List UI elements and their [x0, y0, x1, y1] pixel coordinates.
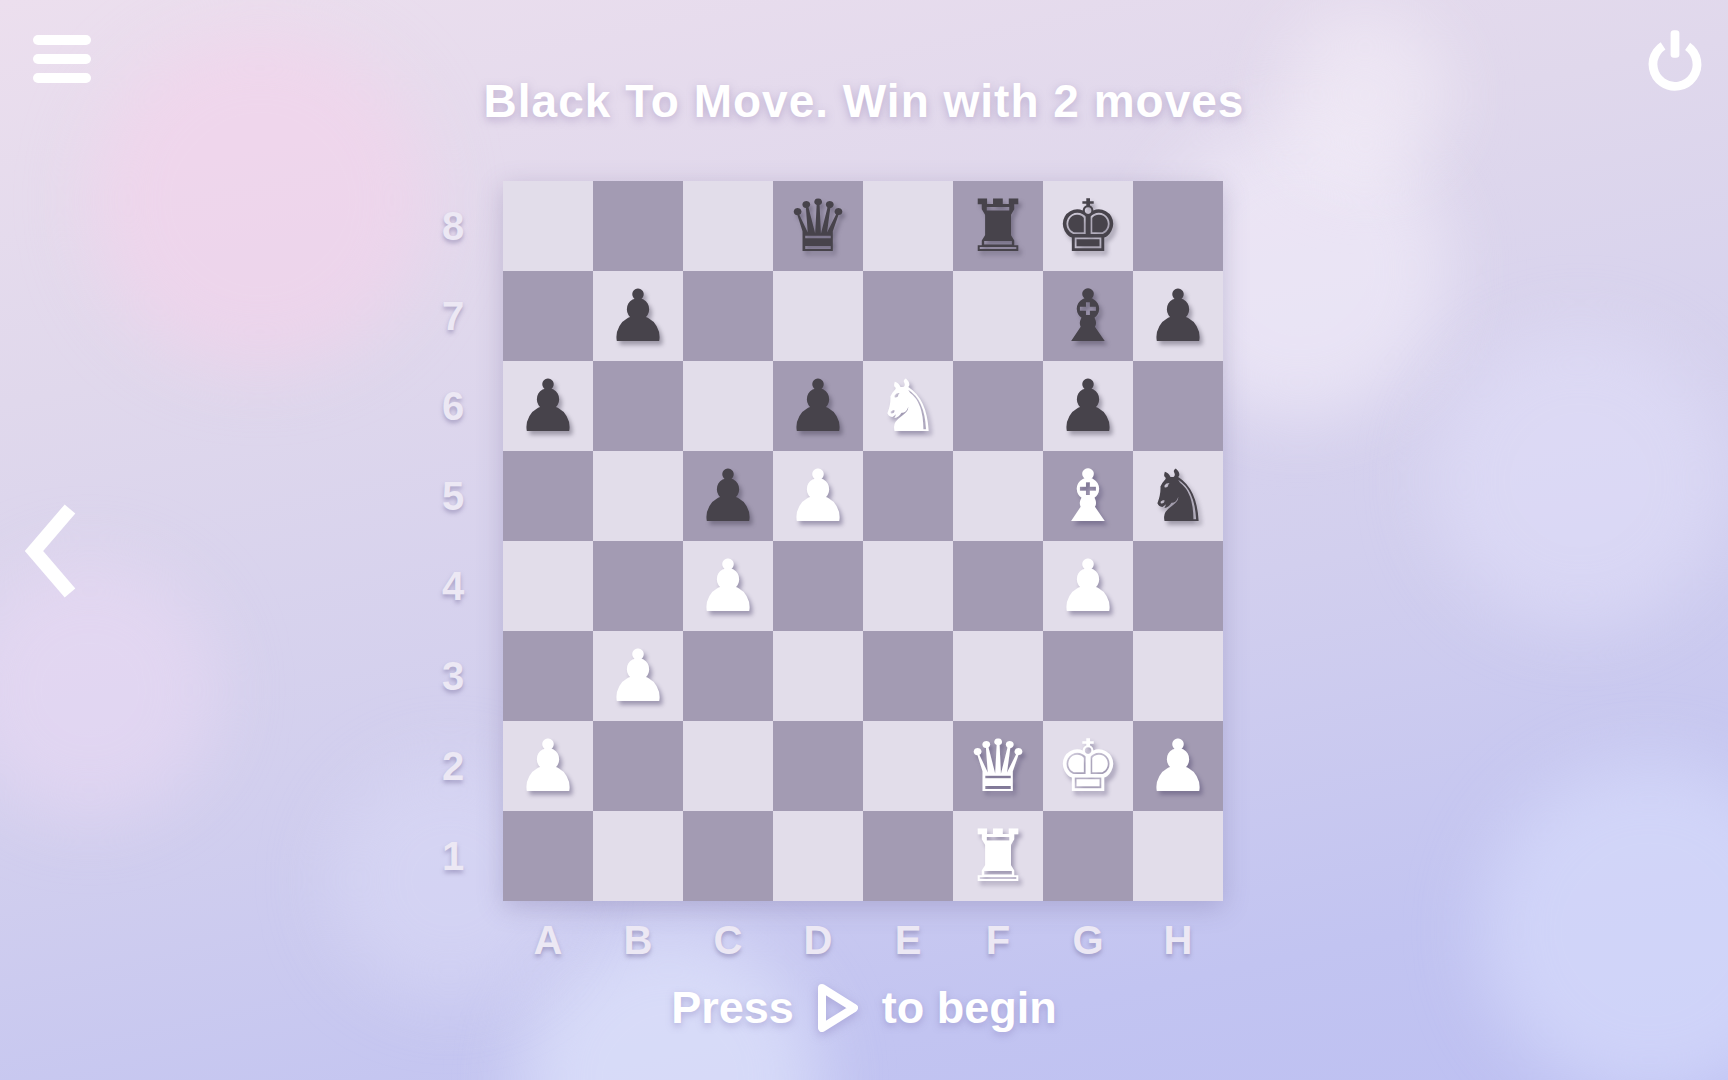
square-c6[interactable] [683, 361, 773, 451]
square-e6[interactable]: ♞ [863, 361, 953, 451]
square-e8[interactable] [863, 181, 953, 271]
square-c5[interactable]: ♟ [683, 451, 773, 541]
piece-white-pawn[interactable]: ♟ [516, 730, 581, 802]
square-a1[interactable] [503, 811, 593, 901]
square-h1[interactable] [1133, 811, 1223, 901]
rank-label-7: 7 [423, 271, 483, 361]
square-f6[interactable] [953, 361, 1043, 451]
square-c2[interactable] [683, 721, 773, 811]
square-h2[interactable]: ♟ [1133, 721, 1223, 811]
square-d2[interactable] [773, 721, 863, 811]
square-d6[interactable]: ♟ [773, 361, 863, 451]
file-label-d: D [773, 905, 863, 975]
square-e4[interactable] [863, 541, 953, 631]
piece-white-pawn[interactable]: ♟ [786, 460, 851, 532]
square-a8[interactable] [503, 181, 593, 271]
begin-instruction: Press to begin [0, 968, 1728, 1048]
piece-white-rook[interactable]: ♜ [966, 820, 1031, 892]
square-b1[interactable] [593, 811, 683, 901]
piece-black-pawn[interactable]: ♟ [1056, 370, 1121, 442]
file-label-h: H [1133, 905, 1223, 975]
piece-black-queen[interactable]: ♛ [786, 190, 851, 262]
square-e5[interactable] [863, 451, 953, 541]
square-g3[interactable] [1043, 631, 1133, 721]
square-h5[interactable]: ♞ [1133, 451, 1223, 541]
square-f4[interactable] [953, 541, 1043, 631]
square-f7[interactable] [953, 271, 1043, 361]
file-labels: ABCDEFGH [503, 905, 1223, 975]
square-c3[interactable] [683, 631, 773, 721]
square-a6[interactable]: ♟ [503, 361, 593, 451]
piece-black-pawn[interactable]: ♟ [1146, 280, 1211, 352]
file-label-c: C [683, 905, 773, 975]
file-label-b: B [593, 905, 683, 975]
square-c7[interactable] [683, 271, 773, 361]
square-a2[interactable]: ♟ [503, 721, 593, 811]
file-label-f: F [953, 905, 1043, 975]
square-d7[interactable] [773, 271, 863, 361]
square-b5[interactable] [593, 451, 683, 541]
square-f5[interactable] [953, 451, 1043, 541]
piece-white-pawn[interactable]: ♟ [606, 640, 671, 712]
square-h8[interactable] [1133, 181, 1223, 271]
square-b4[interactable] [593, 541, 683, 631]
square-g1[interactable] [1043, 811, 1133, 901]
square-h3[interactable] [1133, 631, 1223, 721]
file-label-a: A [503, 905, 593, 975]
square-g4[interactable]: ♟ [1043, 541, 1133, 631]
rank-labels: 87654321 [423, 181, 483, 901]
page-title: Black To Move. Win with 2 moves [0, 74, 1728, 128]
square-f8[interactable]: ♜ [953, 181, 1043, 271]
square-g6[interactable]: ♟ [1043, 361, 1133, 451]
rank-label-3: 3 [423, 631, 483, 721]
rank-label-8: 8 [423, 181, 483, 271]
square-a3[interactable] [503, 631, 593, 721]
square-c1[interactable] [683, 811, 773, 901]
piece-white-pawn[interactable]: ♟ [1056, 550, 1121, 622]
square-b6[interactable] [593, 361, 683, 451]
square-f1[interactable]: ♜ [953, 811, 1043, 901]
square-b2[interactable] [593, 721, 683, 811]
piece-black-rook[interactable]: ♜ [966, 190, 1031, 262]
square-b7[interactable]: ♟ [593, 271, 683, 361]
square-e2[interactable] [863, 721, 953, 811]
rank-label-6: 6 [423, 361, 483, 451]
square-d4[interactable] [773, 541, 863, 631]
rank-label-1: 1 [423, 811, 483, 901]
piece-black-pawn[interactable]: ♟ [786, 370, 851, 442]
file-label-g: G [1043, 905, 1133, 975]
square-f3[interactable] [953, 631, 1043, 721]
square-d8[interactable]: ♛ [773, 181, 863, 271]
play-icon[interactable] [814, 980, 862, 1036]
press-label: Press [671, 982, 794, 1034]
square-d3[interactable] [773, 631, 863, 721]
bokeh-decoration [1430, 330, 1728, 630]
square-c8[interactable] [683, 181, 773, 271]
square-a5[interactable] [503, 451, 593, 541]
chevron-left-icon [20, 503, 80, 599]
square-h4[interactable] [1133, 541, 1223, 631]
piece-white-pawn[interactable]: ♟ [696, 550, 761, 622]
square-h6[interactable] [1133, 361, 1223, 451]
rank-label-4: 4 [423, 541, 483, 631]
square-d5[interactable]: ♟ [773, 451, 863, 541]
piece-white-king[interactable]: ♚ [1056, 730, 1121, 802]
rank-label-2: 2 [423, 721, 483, 811]
rank-label-5: 5 [423, 451, 483, 541]
square-b3[interactable]: ♟ [593, 631, 683, 721]
square-e7[interactable] [863, 271, 953, 361]
square-g2[interactable]: ♚ [1043, 721, 1133, 811]
piece-black-king[interactable]: ♚ [1056, 190, 1121, 262]
square-b8[interactable] [593, 181, 683, 271]
piece-white-pawn[interactable]: ♟ [1146, 730, 1211, 802]
square-g7[interactable]: ♝ [1043, 271, 1133, 361]
square-a7[interactable] [503, 271, 593, 361]
square-a4[interactable] [503, 541, 593, 631]
piece-white-knight[interactable]: ♞ [876, 370, 941, 442]
square-g5[interactable]: ♝ [1043, 451, 1133, 541]
square-c4[interactable]: ♟ [683, 541, 773, 631]
file-label-e: E [863, 905, 953, 975]
piece-black-pawn[interactable]: ♟ [696, 460, 761, 532]
square-h7[interactable]: ♟ [1133, 271, 1223, 361]
begin-label: to begin [882, 982, 1057, 1034]
square-e1[interactable] [863, 811, 953, 901]
square-e3[interactable] [863, 631, 953, 721]
piece-black-knight[interactable]: ♞ [1146, 460, 1211, 532]
piece-white-bishop[interactable]: ♝ [1056, 460, 1121, 532]
piece-black-pawn[interactable]: ♟ [516, 370, 581, 442]
square-g8[interactable]: ♚ [1043, 181, 1133, 271]
square-f2[interactable]: ♛ [953, 721, 1043, 811]
piece-black-pawn[interactable]: ♟ [606, 280, 671, 352]
chess-board: ♛♜♚♟♝♟♟♟♞♟♟♟♝♞♟♟♟♟♛♚♟♜ [503, 181, 1223, 901]
piece-white-queen[interactable]: ♛ [966, 730, 1031, 802]
square-d1[interactable] [773, 811, 863, 901]
back-button[interactable] [20, 503, 80, 599]
piece-black-bishop[interactable]: ♝ [1056, 280, 1121, 352]
